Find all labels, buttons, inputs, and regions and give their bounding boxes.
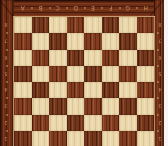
square-b5[interactable] bbox=[32, 66, 50, 82]
square-f3[interactable] bbox=[102, 98, 120, 114]
square-g7[interactable] bbox=[119, 33, 137, 49]
square-a5[interactable] bbox=[14, 66, 32, 82]
square-d2[interactable] bbox=[67, 115, 85, 131]
square-c7[interactable] bbox=[49, 33, 67, 49]
rank-label-right-2: 2 bbox=[155, 115, 165, 131]
square-g2[interactable] bbox=[119, 115, 137, 131]
frame-inlay-dot bbox=[6, 114, 8, 116]
frame-inlay-dot bbox=[157, 114, 159, 116]
square-c6[interactable] bbox=[49, 50, 67, 66]
frame-inlay-dot bbox=[49, 7, 51, 9]
square-b1[interactable] bbox=[32, 131, 50, 146]
square-d5[interactable] bbox=[67, 66, 85, 82]
frame-inlay-dot bbox=[6, 65, 8, 67]
file-label-a: A bbox=[14, 1, 32, 15]
square-f4[interactable] bbox=[102, 82, 120, 98]
square-c2[interactable] bbox=[49, 115, 67, 131]
square-e6[interactable] bbox=[84, 50, 102, 66]
frame-inlay-dot bbox=[136, 7, 138, 9]
square-e4[interactable] bbox=[84, 82, 102, 98]
square-a2[interactable] bbox=[14, 115, 32, 131]
square-h3[interactable] bbox=[137, 98, 155, 114]
square-g5[interactable] bbox=[119, 66, 137, 82]
file-label-c: C bbox=[49, 1, 67, 15]
square-d6[interactable] bbox=[67, 50, 85, 66]
square-h1[interactable] bbox=[137, 131, 155, 146]
frame-inlay-dot bbox=[157, 81, 159, 83]
square-e7[interactable] bbox=[84, 33, 102, 49]
square-f6[interactable] bbox=[102, 50, 120, 66]
rank-label-left-2: 2 bbox=[1, 115, 11, 131]
chessboard-grid bbox=[14, 17, 154, 146]
rank-label-left-7: 7 bbox=[1, 33, 11, 49]
square-d3[interactable] bbox=[67, 98, 85, 114]
frame-inlay-dot bbox=[6, 81, 8, 83]
square-a1[interactable] bbox=[14, 131, 32, 146]
square-g8[interactable] bbox=[119, 17, 137, 33]
square-h4[interactable] bbox=[137, 82, 155, 98]
square-c4[interactable] bbox=[49, 82, 67, 98]
square-h2[interactable] bbox=[137, 115, 155, 131]
square-d4[interactable] bbox=[67, 82, 85, 98]
frame-inlay-dot bbox=[66, 7, 68, 9]
rank-label-left-3: 3 bbox=[1, 98, 11, 114]
file-label-h: H bbox=[137, 1, 155, 15]
square-b7[interactable] bbox=[32, 33, 50, 49]
rank-label-left-6: 6 bbox=[1, 50, 11, 66]
square-f7[interactable] bbox=[102, 33, 120, 49]
rank-label-right-6: 6 bbox=[155, 50, 165, 66]
rank-label-left-8: 8 bbox=[1, 17, 11, 33]
frame-inlay-dot bbox=[157, 49, 159, 51]
square-h5[interactable] bbox=[137, 66, 155, 82]
square-e8[interactable] bbox=[84, 17, 102, 33]
rank-label-right-3: 3 bbox=[155, 98, 165, 114]
file-label-e: E bbox=[84, 1, 102, 15]
square-c5[interactable] bbox=[49, 66, 67, 82]
rank-label-left-4: 4 bbox=[1, 82, 11, 98]
square-h6[interactable] bbox=[137, 50, 155, 66]
square-a7[interactable] bbox=[14, 33, 32, 49]
square-h8[interactable] bbox=[137, 17, 155, 33]
rank-label-right-7: 7 bbox=[155, 33, 165, 49]
frame-inlay-dot bbox=[101, 7, 103, 9]
square-b6[interactable] bbox=[32, 50, 50, 66]
square-f8[interactable] bbox=[102, 17, 120, 33]
square-e1[interactable] bbox=[84, 131, 102, 146]
square-b2[interactable] bbox=[32, 115, 50, 131]
square-f1[interactable] bbox=[102, 131, 120, 146]
square-h7[interactable] bbox=[137, 33, 155, 49]
square-c1[interactable] bbox=[49, 131, 67, 146]
square-g1[interactable] bbox=[119, 131, 137, 146]
square-a8[interactable] bbox=[14, 17, 32, 33]
rank-label-left-5: 5 bbox=[1, 66, 11, 82]
frame-inlay-dot bbox=[157, 130, 159, 132]
square-c3[interactable] bbox=[49, 98, 67, 114]
frame-inlay-dot bbox=[119, 7, 121, 9]
square-b4[interactable] bbox=[32, 82, 50, 98]
square-e2[interactable] bbox=[84, 115, 102, 131]
rank-label-right-1: 1 bbox=[155, 131, 165, 146]
square-g6[interactable] bbox=[119, 50, 137, 66]
file-label-g: G bbox=[119, 1, 137, 15]
square-f5[interactable] bbox=[102, 66, 120, 82]
frame-inlay-dot bbox=[157, 65, 159, 67]
rank-label-right-4: 4 bbox=[155, 82, 165, 98]
rank-label-left-1: 1 bbox=[1, 131, 11, 146]
square-b8[interactable] bbox=[32, 17, 50, 33]
frame-inlay-dot bbox=[84, 7, 86, 9]
chessboard: ABCDEFGH 87654321 87654321 bbox=[0, 0, 164, 146]
chessboard-photo: ABCDEFGH 87654321 87654321 bbox=[0, 0, 168, 146]
square-d7[interactable] bbox=[67, 33, 85, 49]
square-g3[interactable] bbox=[119, 98, 137, 114]
square-g4[interactable] bbox=[119, 82, 137, 98]
square-f2[interactable] bbox=[102, 115, 120, 131]
square-e5[interactable] bbox=[84, 66, 102, 82]
frame-inlay-dot bbox=[31, 7, 33, 9]
file-label-f: F bbox=[102, 1, 120, 15]
square-a3[interactable] bbox=[14, 98, 32, 114]
square-c8[interactable] bbox=[49, 17, 67, 33]
file-label-b: B bbox=[32, 1, 50, 15]
square-d8[interactable] bbox=[67, 17, 85, 33]
square-e3[interactable] bbox=[84, 98, 102, 114]
square-b3[interactable] bbox=[32, 98, 50, 114]
file-label-d: D bbox=[67, 1, 85, 15]
frame-inlay-dot bbox=[6, 49, 8, 51]
rank-label-right-5: 5 bbox=[155, 66, 165, 82]
frame-inlay-dot bbox=[6, 130, 8, 132]
square-a6[interactable] bbox=[14, 50, 32, 66]
square-a4[interactable] bbox=[14, 82, 32, 98]
rank-label-right-8: 8 bbox=[155, 17, 165, 33]
square-d1[interactable] bbox=[67, 131, 85, 146]
